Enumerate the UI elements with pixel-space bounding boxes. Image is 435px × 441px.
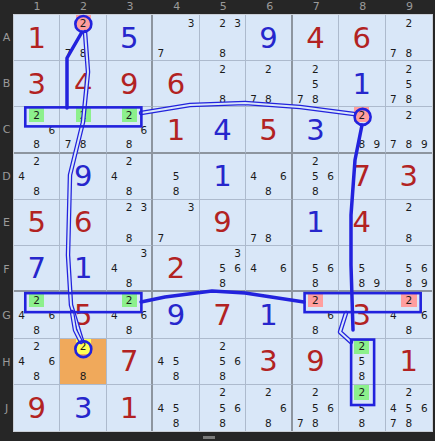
cand-H1-9 bbox=[44, 369, 59, 384]
cand-D3-3 bbox=[137, 154, 152, 169]
row-label-D: D bbox=[0, 154, 13, 200]
cand-G7-8: 8 bbox=[308, 322, 323, 337]
cell-B5[interactable]: 28 bbox=[200, 61, 246, 107]
cell-C4[interactable]: 1 bbox=[153, 107, 199, 153]
candidates-B9: 2578 bbox=[386, 61, 432, 106]
cell-F9[interactable]: 5689 bbox=[386, 246, 432, 292]
cand-E3-9 bbox=[137, 230, 152, 245]
cand-E9-4 bbox=[386, 215, 401, 230]
candidates-B7: 2578 bbox=[293, 61, 338, 106]
sudoku-board[interactable]: 1278537238946278349628278257812578268278… bbox=[13, 14, 433, 432]
cell-H5[interactable]: 2568 bbox=[200, 339, 246, 385]
cand-B7-4 bbox=[293, 76, 308, 91]
cell-C3[interactable]: 268 bbox=[107, 107, 153, 153]
cand-D1-1 bbox=[14, 154, 29, 169]
cell-B9[interactable]: 2578 bbox=[386, 61, 432, 107]
cell-B1[interactable]: 3 bbox=[14, 61, 60, 107]
cell-J6[interactable]: 268 bbox=[246, 385, 292, 431]
cand-D7-2: 2 bbox=[308, 154, 323, 169]
cand-J4-4: 4 bbox=[153, 400, 168, 415]
cand-B9-3 bbox=[417, 61, 432, 76]
given-digit-A1: 1 bbox=[14, 15, 59, 60]
cand-A9-1 bbox=[386, 15, 401, 30]
cell-B8[interactable]: 1 bbox=[339, 61, 385, 107]
cand-D4-4 bbox=[153, 169, 168, 184]
cell-D4[interactable]: 58 bbox=[153, 154, 199, 200]
cell-F5[interactable]: 3568 bbox=[200, 246, 246, 292]
col-label-8: 8 bbox=[339, 0, 386, 13]
given-digit-B4: 6 bbox=[153, 61, 198, 106]
cand-E3-6 bbox=[137, 215, 152, 230]
cand-C1-4 bbox=[14, 122, 29, 137]
cand-J5-6: 6 bbox=[230, 400, 245, 415]
cand-C8-1 bbox=[339, 107, 354, 122]
cand-C3-6: 6 bbox=[137, 122, 152, 137]
cand-F8-3 bbox=[369, 246, 384, 261]
cand-H1-3 bbox=[44, 339, 59, 354]
cell-G4[interactable]: 9 bbox=[153, 292, 199, 338]
scrollbar-thumb[interactable] bbox=[203, 436, 215, 439]
candidates-E6: 78 bbox=[246, 200, 290, 245]
cell-D9[interactable]: 3 bbox=[386, 154, 432, 200]
cell-C7[interactable]: 3 bbox=[293, 107, 339, 153]
cell-H2[interactable]: 28 bbox=[60, 339, 106, 385]
cell-A8[interactable]: 6 bbox=[339, 15, 385, 61]
given-digit-E1: 5 bbox=[14, 200, 59, 245]
cell-H4[interactable]: 458 bbox=[153, 339, 199, 385]
cand-D3-1 bbox=[107, 154, 122, 169]
cand-G3-3 bbox=[137, 292, 152, 307]
given-digit-H9: 1 bbox=[386, 339, 432, 384]
cand-B7-1 bbox=[293, 61, 308, 76]
cell-E8[interactable]: 4 bbox=[339, 200, 385, 246]
cand-B7-3 bbox=[323, 61, 338, 76]
row-label-G: G bbox=[0, 293, 13, 339]
cand-B7-2: 2 bbox=[308, 61, 323, 76]
cell-E7[interactable]: 1 bbox=[293, 200, 339, 246]
cand-E4-8 bbox=[168, 230, 183, 245]
candidates-F8: 589 bbox=[339, 246, 384, 290]
candidates-J4: 458 bbox=[153, 385, 198, 431]
cand-D1-5 bbox=[29, 169, 44, 184]
cand-E6-4 bbox=[246, 215, 261, 230]
cand-J8-5: 5 bbox=[354, 400, 369, 415]
cand-E9-7 bbox=[386, 230, 401, 245]
cell-E4[interactable]: 37 bbox=[153, 200, 199, 246]
candidates-C9: 2789 bbox=[386, 107, 432, 151]
cand-H2-4 bbox=[60, 354, 75, 369]
cand-J9-1 bbox=[386, 385, 401, 400]
sudoku-app-window: 123456789 ABCDEFGHJ 12785372389462783496… bbox=[0, 0, 435, 441]
solved-digit-C5: 4 bbox=[200, 107, 245, 151]
cand-H8-7 bbox=[339, 369, 354, 384]
cand-D7-6: 6 bbox=[323, 169, 338, 184]
cand-F3-6 bbox=[137, 261, 152, 276]
cell-D6[interactable]: 468 bbox=[246, 154, 292, 200]
cell-B4[interactable]: 6 bbox=[153, 61, 199, 107]
cand-C2-6 bbox=[91, 122, 106, 137]
cell-G9[interactable]: 2468 bbox=[386, 292, 432, 338]
cell-J7[interactable]: 25678 bbox=[293, 385, 339, 431]
col-label-3: 3 bbox=[107, 0, 154, 13]
cand-J7-3 bbox=[323, 385, 338, 400]
cand-G7-9 bbox=[323, 322, 338, 337]
cell-D1[interactable]: 248 bbox=[14, 154, 60, 200]
cell-J3[interactable]: 1 bbox=[107, 385, 153, 431]
cell-A4[interactable]: 37 bbox=[153, 15, 199, 61]
cand-A9-9 bbox=[417, 45, 432, 60]
cand-H5-5: 5 bbox=[215, 354, 230, 369]
solved-digit-G6: 1 bbox=[246, 292, 290, 337]
cand-C9-5 bbox=[401, 122, 416, 137]
cand-F5-8: 8 bbox=[215, 276, 230, 291]
candidates-J9: 245678 bbox=[386, 385, 432, 431]
cand-B5-9 bbox=[230, 91, 245, 106]
cand-D6-4: 4 bbox=[246, 169, 261, 184]
cand-C8-2: 2 bbox=[354, 107, 369, 122]
cand-H2-9 bbox=[91, 369, 106, 384]
cand-F5-2 bbox=[215, 246, 230, 261]
cand-D4-1 bbox=[153, 154, 168, 169]
solved-digit-D5: 1 bbox=[200, 154, 245, 199]
solved-digit-G4: 9 bbox=[153, 292, 198, 337]
cand-A5-9 bbox=[230, 45, 245, 60]
cand-A4-3: 3 bbox=[184, 15, 199, 30]
cand-J5-8: 8 bbox=[215, 416, 230, 431]
candidates-D4: 58 bbox=[153, 154, 198, 199]
cand-H5-6: 6 bbox=[230, 354, 245, 369]
cand-B9-7: 7 bbox=[386, 91, 401, 106]
cand-E4-3: 3 bbox=[184, 200, 199, 215]
cell-C6[interactable]: 5 bbox=[246, 107, 292, 153]
cell-H6[interactable]: 3 bbox=[246, 339, 292, 385]
cand-J5-9 bbox=[230, 416, 245, 431]
cand-G9-9 bbox=[417, 322, 432, 337]
cell-F3[interactable]: 348 bbox=[107, 246, 153, 292]
cand-F6-1 bbox=[246, 246, 261, 261]
cand-F6-2 bbox=[261, 246, 276, 261]
cand-C1-1 bbox=[14, 107, 29, 122]
cand-J7-1 bbox=[293, 385, 308, 400]
cell-B2[interactable]: 4 bbox=[60, 61, 106, 107]
row-label-H: H bbox=[0, 340, 13, 386]
cand-H4-8: 8 bbox=[168, 369, 183, 384]
col-label-7: 7 bbox=[293, 0, 340, 13]
cand-G7-5 bbox=[308, 307, 323, 322]
cand-H5-3 bbox=[230, 339, 245, 354]
cand-E9-9 bbox=[417, 230, 432, 245]
cand-J7-2: 2 bbox=[308, 385, 323, 400]
cell-A7[interactable]: 4 bbox=[293, 15, 339, 61]
candidates-A9: 278 bbox=[386, 15, 432, 60]
candidates-F5: 3568 bbox=[200, 246, 245, 290]
candidates-J5: 2568 bbox=[200, 385, 245, 431]
cand-C2-3 bbox=[91, 107, 106, 122]
cell-B7[interactable]: 2578 bbox=[293, 61, 339, 107]
solved-digit-E7: 1 bbox=[293, 200, 338, 245]
cell-C9[interactable]: 2789 bbox=[386, 107, 432, 153]
cand-J4-8: 8 bbox=[168, 416, 183, 431]
cand-D3-4: 4 bbox=[107, 169, 122, 184]
cand-F3-3: 3 bbox=[137, 246, 152, 261]
cand-B5-8: 8 bbox=[215, 91, 230, 106]
given-digit-G8: 3 bbox=[339, 292, 384, 337]
cand-H8-6 bbox=[369, 354, 384, 369]
cand-G3-4: 4 bbox=[107, 307, 122, 322]
cand-A4-2 bbox=[168, 15, 183, 30]
cell-H9[interactable]: 1 bbox=[386, 339, 432, 385]
cell-A5[interactable]: 238 bbox=[200, 15, 246, 61]
cell-A2[interactable]: 278 bbox=[60, 15, 106, 61]
cand-C8-6 bbox=[369, 122, 384, 137]
cand-B7-8: 8 bbox=[308, 91, 323, 106]
cell-C1[interactable]: 268 bbox=[14, 107, 60, 153]
cand-J5-7 bbox=[200, 416, 215, 431]
cell-E5[interactable]: 9 bbox=[200, 200, 246, 246]
cell-H7[interactable]: 9 bbox=[293, 339, 339, 385]
cell-A1[interactable]: 1 bbox=[14, 15, 60, 61]
cell-G2[interactable]: 5 bbox=[60, 292, 106, 338]
cand-F9-7 bbox=[386, 276, 401, 291]
cand-C2-1 bbox=[60, 107, 75, 122]
cand-E9-6 bbox=[417, 215, 432, 230]
cand-D1-2: 2 bbox=[29, 154, 44, 169]
cand-D7-5: 5 bbox=[308, 169, 323, 184]
cand-G1-5 bbox=[29, 307, 44, 322]
cell-E3[interactable]: 238 bbox=[107, 200, 153, 246]
cell-C5[interactable]: 4 bbox=[200, 107, 246, 153]
cell-G7[interactable]: 268 bbox=[293, 292, 339, 338]
cell-J8[interactable]: 258 bbox=[339, 385, 385, 431]
cand-G7-2: 2 bbox=[308, 292, 323, 307]
cand-F9-5: 5 bbox=[401, 261, 416, 276]
cand-A2-6 bbox=[91, 30, 106, 45]
cand-C3-7 bbox=[107, 137, 122, 152]
cell-F7[interactable]: 568 bbox=[293, 246, 339, 292]
cand-G9-8: 8 bbox=[401, 322, 416, 337]
cell-E2[interactable]: 6 bbox=[60, 200, 106, 246]
cell-C8[interactable]: 289 bbox=[339, 107, 385, 153]
cell-A6[interactable]: 9 bbox=[246, 15, 292, 61]
cand-D6-9 bbox=[276, 184, 291, 199]
cell-J9[interactable]: 245678 bbox=[386, 385, 432, 431]
cand-J5-4 bbox=[200, 400, 215, 415]
cand-F7-7 bbox=[293, 276, 308, 291]
cand-E9-8: 8 bbox=[401, 230, 416, 245]
cand-B9-6 bbox=[417, 76, 432, 91]
candidates-C1: 268 bbox=[14, 107, 59, 151]
cand-G9-6: 6 bbox=[417, 307, 432, 322]
cand-E3-1 bbox=[107, 200, 122, 215]
cand-F7-3 bbox=[323, 246, 338, 261]
cand-J8-3 bbox=[369, 385, 384, 400]
cand-E3-4 bbox=[107, 215, 122, 230]
cand-F8-5: 5 bbox=[354, 261, 369, 276]
cand-H5-7 bbox=[200, 369, 215, 384]
cand-A9-2: 2 bbox=[401, 15, 416, 30]
cand-F5-3: 3 bbox=[230, 246, 245, 261]
cell-E1[interactable]: 5 bbox=[14, 200, 60, 246]
cand-A5-8: 8 bbox=[215, 45, 230, 60]
cand-G9-5 bbox=[401, 307, 416, 322]
cand-D6-5 bbox=[261, 169, 276, 184]
cand-D6-1 bbox=[246, 154, 261, 169]
cand-C3-4 bbox=[107, 122, 122, 137]
cand-J4-1 bbox=[153, 385, 168, 400]
cand-A9-8: 8 bbox=[401, 45, 416, 60]
cand-J5-5: 5 bbox=[215, 400, 230, 415]
cand-B7-9 bbox=[323, 91, 338, 106]
cand-F9-9: 9 bbox=[417, 276, 432, 291]
cell-D3[interactable]: 248 bbox=[107, 154, 153, 200]
candidates-A2: 278 bbox=[60, 15, 105, 60]
given-digit-D8: 7 bbox=[339, 154, 384, 199]
col-label-9: 9 bbox=[386, 0, 433, 13]
cell-F8[interactable]: 589 bbox=[339, 246, 385, 292]
cand-D6-8: 8 bbox=[261, 184, 276, 199]
row-label-B: B bbox=[0, 61, 13, 107]
cell-G1[interactable]: 2468 bbox=[14, 292, 60, 338]
cand-H1-1 bbox=[14, 339, 29, 354]
cell-D7[interactable]: 2568 bbox=[293, 154, 339, 200]
cand-F9-6: 6 bbox=[417, 261, 432, 276]
cand-D7-7 bbox=[293, 184, 308, 199]
cell-D8[interactable]: 7 bbox=[339, 154, 385, 200]
cell-J4[interactable]: 458 bbox=[153, 385, 199, 431]
cand-A5-5 bbox=[215, 30, 230, 45]
candidates-H2: 28 bbox=[60, 339, 105, 384]
cand-E6-3 bbox=[276, 200, 291, 215]
cand-A9-4 bbox=[386, 30, 401, 45]
cell-H8[interactable]: 258 bbox=[339, 339, 385, 385]
cand-E4-6 bbox=[184, 215, 199, 230]
cand-D7-4 bbox=[293, 169, 308, 184]
cand-J6-5 bbox=[261, 400, 276, 415]
cand-G7-7 bbox=[293, 322, 308, 337]
candidates-B6: 278 bbox=[246, 61, 290, 106]
cell-B6[interactable]: 278 bbox=[246, 61, 292, 107]
cell-J2[interactable]: 3 bbox=[60, 385, 106, 431]
candidates-A5: 238 bbox=[200, 15, 245, 60]
cell-F4[interactable]: 2 bbox=[153, 246, 199, 292]
cand-D7-9 bbox=[323, 184, 338, 199]
cand-D4-5: 5 bbox=[168, 169, 183, 184]
col-label-4: 4 bbox=[153, 0, 200, 13]
row-label-F: F bbox=[0, 247, 13, 293]
cand-G3-5 bbox=[122, 307, 137, 322]
given-digit-J3: 1 bbox=[107, 385, 151, 431]
cand-J8-4 bbox=[339, 400, 354, 415]
cand-E4-7: 7 bbox=[153, 230, 168, 245]
cand-E3-5 bbox=[122, 215, 137, 230]
cand-F5-5: 5 bbox=[215, 261, 230, 276]
cand-A4-1 bbox=[153, 15, 168, 30]
cand-F5-6: 6 bbox=[230, 261, 245, 276]
cell-E6[interactable]: 78 bbox=[246, 200, 292, 246]
cand-E4-9 bbox=[184, 230, 199, 245]
cand-G7-6: 6 bbox=[323, 307, 338, 322]
cand-G3-6: 6 bbox=[137, 307, 152, 322]
solved-digit-B8: 1 bbox=[339, 61, 384, 106]
cand-F3-1 bbox=[107, 246, 122, 261]
cand-J6-6: 6 bbox=[276, 400, 291, 415]
cell-J1[interactable]: 9 bbox=[14, 385, 60, 431]
cand-C8-8: 8 bbox=[354, 137, 369, 152]
cand-D3-7 bbox=[107, 184, 122, 199]
cell-G3[interactable]: 2468 bbox=[107, 292, 153, 338]
cand-F9-1 bbox=[386, 246, 401, 261]
cand-F8-4 bbox=[339, 261, 354, 276]
cand-A4-8 bbox=[168, 45, 183, 60]
cand-B6-5 bbox=[261, 76, 276, 91]
candidates-E3: 238 bbox=[107, 200, 151, 245]
cell-E9[interactable]: 28 bbox=[386, 200, 432, 246]
cand-A4-4 bbox=[153, 30, 168, 45]
candidates-H4: 458 bbox=[153, 339, 198, 384]
cell-H1[interactable]: 2468 bbox=[14, 339, 60, 385]
cell-D2[interactable]: 9 bbox=[60, 154, 106, 200]
cand-E9-1 bbox=[386, 200, 401, 215]
cell-A9[interactable]: 278 bbox=[386, 15, 432, 61]
cand-F7-4 bbox=[293, 261, 308, 276]
cand-F3-7 bbox=[107, 276, 122, 291]
given-digit-E5: 9 bbox=[200, 200, 245, 245]
cand-F6-9 bbox=[276, 276, 291, 291]
cand-B6-6 bbox=[276, 76, 291, 91]
given-digit-F4: 2 bbox=[153, 246, 198, 290]
cand-B6-8: 8 bbox=[261, 91, 276, 106]
cand-D1-8: 8 bbox=[29, 184, 44, 199]
cell-J5[interactable]: 2568 bbox=[200, 385, 246, 431]
cell-B3[interactable]: 9 bbox=[107, 61, 153, 107]
given-digit-B1: 3 bbox=[14, 61, 59, 106]
cand-H8-3 bbox=[369, 339, 384, 354]
cand-H2-3 bbox=[91, 339, 106, 354]
cand-H2-1 bbox=[60, 339, 75, 354]
cell-F2[interactable]: 1 bbox=[60, 246, 106, 292]
cand-D1-6 bbox=[44, 169, 59, 184]
cell-C2[interactable]: 278 bbox=[60, 107, 106, 153]
cand-A2-7: 7 bbox=[60, 45, 75, 60]
cand-E4-2 bbox=[168, 200, 183, 215]
candidates-J8: 258 bbox=[339, 385, 384, 431]
cand-F7-8: 8 bbox=[308, 276, 323, 291]
cell-G8[interactable]: 3 bbox=[339, 292, 385, 338]
cell-F6[interactable]: 46 bbox=[246, 246, 292, 292]
cand-C9-2: 2 bbox=[401, 107, 416, 122]
cand-J7-6: 6 bbox=[323, 400, 338, 415]
cell-G6[interactable]: 1 bbox=[246, 292, 292, 338]
cand-H1-7 bbox=[14, 369, 29, 384]
cand-D7-8: 8 bbox=[308, 184, 323, 199]
cell-H3[interactable]: 7 bbox=[107, 339, 153, 385]
cand-A9-7: 7 bbox=[386, 45, 401, 60]
cand-H2-7 bbox=[60, 369, 75, 384]
cand-A2-2: 2 bbox=[76, 15, 91, 30]
given-digit-G2: 5 bbox=[60, 292, 105, 337]
cand-C3-1 bbox=[107, 107, 122, 122]
cand-F6-7 bbox=[246, 276, 261, 291]
cell-A3[interactable]: 5 bbox=[107, 15, 153, 61]
cand-B6-2: 2 bbox=[261, 61, 276, 76]
cand-F3-8: 8 bbox=[122, 276, 137, 291]
cell-F1[interactable]: 7 bbox=[14, 246, 60, 292]
candidates-J6: 268 bbox=[246, 385, 290, 431]
given-digit-H3: 7 bbox=[107, 339, 151, 384]
cand-C8-9: 9 bbox=[369, 137, 384, 152]
cell-D5[interactable]: 1 bbox=[200, 154, 246, 200]
cell-G5[interactable]: 7 bbox=[200, 292, 246, 338]
